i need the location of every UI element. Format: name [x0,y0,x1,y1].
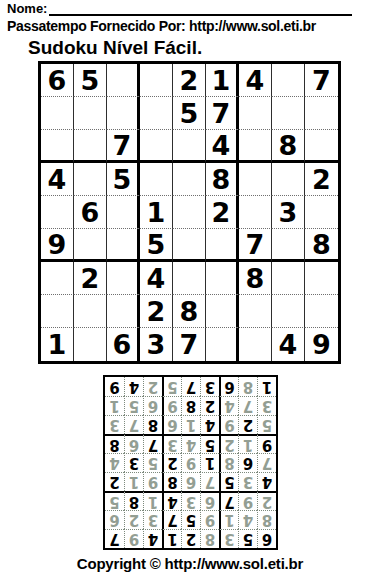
solution-cell-r1c2: 5 [238,529,257,548]
puzzle-cell-r4c8[interactable] [272,163,305,196]
puzzle-cell-r1c7: 4 [239,64,272,97]
solution-cell-r2c5: 5 [181,510,200,529]
puzzle-grid: 6521475774845826123957824828163749 [38,61,341,364]
puzzle-cell-r5c2: 6 [74,196,107,229]
puzzle-cell-r8c7[interactable] [239,295,272,328]
puzzle-cell-r3c2[interactable] [74,130,107,163]
solution-cell-r1c8: 9 [124,529,143,548]
solution-cell-r1c1: 6 [257,529,276,548]
puzzle-cell-r5c7[interactable] [239,196,272,229]
puzzle-cell-r2c4[interactable] [140,97,173,130]
puzzle-cell-r1c9: 7 [305,64,338,97]
solution-cell-r2c4: 9 [200,510,219,529]
puzzle-cell-r4c9: 2 [305,163,338,196]
solution-cell-r5c1: 7 [257,453,276,472]
solution-cell-r3c6: 4 [162,491,181,510]
solution-cell-r4c3: 5 [219,472,238,491]
puzzle-cell-r7c1[interactable] [41,262,74,295]
puzzle-cell-r8c4: 2 [140,295,173,328]
solution-cell-r3c3: 7 [219,491,238,510]
puzzle-cell-r1c4[interactable] [140,64,173,97]
solution-cell-r4c8: 1 [124,472,143,491]
puzzle-cell-r9c1: 1 [41,328,74,361]
solution-cell-r9c6: 5 [162,377,181,396]
solution-cell-r7c3: 9 [219,415,238,434]
puzzle-cell-r8c3[interactable] [107,295,140,328]
solution-cell-r3c8: 8 [124,491,143,510]
solution-cell-r9c3: 6 [219,377,238,396]
puzzle-cell-r3c1[interactable] [41,130,74,163]
solution-cell-r6c8: 6 [124,434,143,453]
puzzle-cell-r2c1[interactable] [41,97,74,130]
solution-cell-r1c5: 2 [181,529,200,548]
puzzle-cell-r4c3: 5 [107,163,140,196]
solution-cell-r8c4: 2 [200,396,219,415]
name-underline[interactable] [49,2,352,16]
solution-cell-r7c8: 7 [124,415,143,434]
puzzle-cell-r4c5[interactable] [173,163,206,196]
solution-cell-r6c2: 1 [238,434,257,453]
solution-cell-r5c2: 6 [238,453,257,472]
puzzle-cell-r2c8[interactable] [272,97,305,130]
puzzle-cell-r9c9: 9 [305,328,338,361]
puzzle-cell-r5c4: 1 [140,196,173,229]
puzzle-cell-r8c5: 8 [173,295,206,328]
puzzle-cell-r6c1: 9 [41,229,74,262]
solution-cell-r4c4: 7 [200,472,219,491]
solution-cell-r2c7: 3 [143,510,162,529]
puzzle-cell-r1c5: 2 [173,64,206,97]
puzzle-cell-r7c3[interactable] [107,262,140,295]
solution-cell-r3c4: 6 [200,491,219,510]
solution-cell-r7c2: 2 [238,415,257,434]
solution-cell-r8c7: 6 [143,396,162,415]
puzzle-cell-r1c2: 5 [74,64,107,97]
puzzle-cell-r4c2[interactable] [74,163,107,196]
solution-cell-r5c6: 2 [162,453,181,472]
solution-cell-r5c3: 8 [219,453,238,472]
puzzle-cell-r8c6[interactable] [206,295,239,328]
puzzle-cell-r5c9[interactable] [305,196,338,229]
puzzle-cell-r5c6: 2 [206,196,239,229]
puzzle-cell-r8c9[interactable] [305,295,338,328]
puzzle-cell-r7c7: 8 [239,262,272,295]
puzzle-cell-r6c2[interactable] [74,229,107,262]
puzzle-cell-r5c1[interactable] [41,196,74,229]
solution-cell-r5c4: 1 [200,453,219,472]
puzzle-cell-r9c5: 7 [173,328,206,361]
solution-cell-r5c5: 9 [181,453,200,472]
solution-cell-r8c6: 9 [162,396,181,415]
puzzle-cell-r2c9[interactable] [305,97,338,130]
solution-cell-r1c9: 7 [105,529,124,548]
solution-cell-r3c1: 2 [257,491,276,510]
puzzle-cell-r8c1[interactable] [41,295,74,328]
solution-cell-r6c1: 9 [257,434,276,453]
puzzle-cell-r4c6: 8 [206,163,239,196]
solution-cell-r4c9: 2 [105,472,124,491]
puzzle-cell-r4c1: 4 [41,163,74,196]
solution-cell-r6c6: 3 [162,434,181,453]
solution-cell-r6c9: 8 [105,434,124,453]
puzzle-cell-r6c5[interactable] [173,229,206,262]
puzzle-cell-r6c8[interactable] [272,229,305,262]
solution-cell-r5c9: 4 [105,453,124,472]
solution-grid: 6538214978419573262976341854357689127681… [103,375,278,550]
solution-cell-r7c4: 4 [200,415,219,434]
solution-cell-r9c9: 9 [105,377,124,396]
solution-cell-r1c4: 8 [200,529,219,548]
solution-cell-r7c5: 1 [181,415,200,434]
provider-line: Passatempo Fornecido Por: http://www.sol… [7,18,316,34]
solution-cell-r6c7: 7 [143,434,162,453]
puzzle-cell-r3c5[interactable] [173,130,206,163]
puzzle-cell-r1c1: 6 [41,64,74,97]
puzzle-cell-r1c3[interactable] [107,64,140,97]
puzzle-cell-r2c3[interactable] [107,97,140,130]
solution-cell-r9c5: 7 [181,377,200,396]
puzzle-cell-r7c6[interactable] [206,262,239,295]
solution-cell-r4c6: 8 [162,472,181,491]
solution-cell-r6c5: 4 [181,434,200,453]
puzzle-cell-r9c8: 4 [272,328,305,361]
solution-cell-r7c7: 8 [143,415,162,434]
puzzle-cell-r9c2[interactable] [74,328,107,361]
puzzle-cell-r6c4: 5 [140,229,173,262]
puzzle-cell-r7c5[interactable] [173,262,206,295]
solution-cell-r1c7: 4 [143,529,162,548]
puzzle-cell-r7c9[interactable] [305,262,338,295]
name-label: Nome: [7,2,47,16]
footer-copyright: Copyright © http://www.sol.eti.br [0,555,380,572]
solution-cell-r2c2: 4 [238,510,257,529]
solution-cell-r3c9: 5 [105,491,124,510]
puzzle-cell-r5c8: 3 [272,196,305,229]
solution-cell-r7c6: 6 [162,415,181,434]
solution-cell-r3c5: 3 [181,491,200,510]
puzzle-cell-r1c6: 1 [206,64,239,97]
solution-cell-r2c9: 6 [105,510,124,529]
puzzle-cell-r9c6[interactable] [206,328,239,361]
solution-cell-r4c7: 9 [143,472,162,491]
name-row: Nome: [7,2,352,16]
puzzle-cell-r3c3: 7 [107,130,140,163]
puzzle-cell-r2c2[interactable] [74,97,107,130]
solution-cell-r6c3: 2 [219,434,238,453]
solution-cell-r1c6: 1 [162,529,181,548]
puzzle-cell-r3c6: 4 [206,130,239,163]
puzzle-cell-r2c5: 5 [173,97,206,130]
puzzle-cell-r7c4: 4 [140,262,173,295]
puzzle-cell-r3c7[interactable] [239,130,272,163]
puzzle-cell-r3c4[interactable] [140,130,173,163]
puzzle-cell-r6c6[interactable] [206,229,239,262]
solution-cell-r8c9: 1 [105,396,124,415]
puzzle-cell-r2c7[interactable] [239,97,272,130]
solution-area: 6538214978419573262976341854357689127681… [0,375,380,550]
solution-cell-r8c8: 5 [124,396,143,415]
solution-cell-r3c2: 9 [238,491,257,510]
solution-cell-r9c8: 4 [124,377,143,396]
puzzle-cell-r5c5[interactable] [173,196,206,229]
solution-cell-r9c7: 2 [143,377,162,396]
puzzle-cell-r3c9[interactable] [305,130,338,163]
puzzle-cell-r4c7[interactable] [239,163,272,196]
solution-cell-r7c9: 3 [105,415,124,434]
puzzle-cell-r2c6: 7 [206,97,239,130]
solution-cell-r4c5: 6 [181,472,200,491]
solution-cell-r5c8: 3 [124,453,143,472]
puzzle-cell-r6c7: 7 [239,229,272,262]
puzzle-cell-r9c3: 6 [107,328,140,361]
solution-cell-r2c1: 8 [257,510,276,529]
solution-cell-r9c1: 1 [257,377,276,396]
puzzle-cell-r8c8[interactable] [272,295,305,328]
solution-cell-r1c3: 3 [219,529,238,548]
solution-cell-r6c4: 5 [200,434,219,453]
puzzle-cell-r1c8[interactable] [272,64,305,97]
solution-cell-r4c1: 4 [257,472,276,491]
puzzle-cell-r9c7[interactable] [239,328,272,361]
solution-cell-r5c7: 5 [143,453,162,472]
solution-cell-r2c8: 2 [124,510,143,529]
puzzle-cell-r7c2: 2 [74,262,107,295]
puzzle-cell-r5c3[interactable] [107,196,140,229]
solution-cell-r8c3: 4 [219,396,238,415]
puzzle-cell-r8c2[interactable] [74,295,107,328]
solution-cell-r2c3: 1 [219,510,238,529]
puzzle-cell-r4c4[interactable] [140,163,173,196]
puzzle-cell-r3c8: 8 [272,130,305,163]
puzzle-cell-r6c9: 8 [305,229,338,262]
solution-cell-r8c5: 8 [181,396,200,415]
solution-cell-r3c7: 1 [143,491,162,510]
solution-cell-r4c2: 3 [238,472,257,491]
solution-cell-r8c2: 7 [238,396,257,415]
solution-cell-r9c2: 8 [238,377,257,396]
solution-cell-r9c4: 3 [200,377,219,396]
solution-cell-r2c6: 7 [162,510,181,529]
puzzle-cell-r7c8[interactable] [272,262,305,295]
page-title: Sudoku Nível Fácil. [28,37,202,59]
solution-cell-r7c1: 5 [257,415,276,434]
solution-cell-r8c1: 3 [257,396,276,415]
puzzle-cell-r9c4: 3 [140,328,173,361]
puzzle-cell-r6c3[interactable] [107,229,140,262]
